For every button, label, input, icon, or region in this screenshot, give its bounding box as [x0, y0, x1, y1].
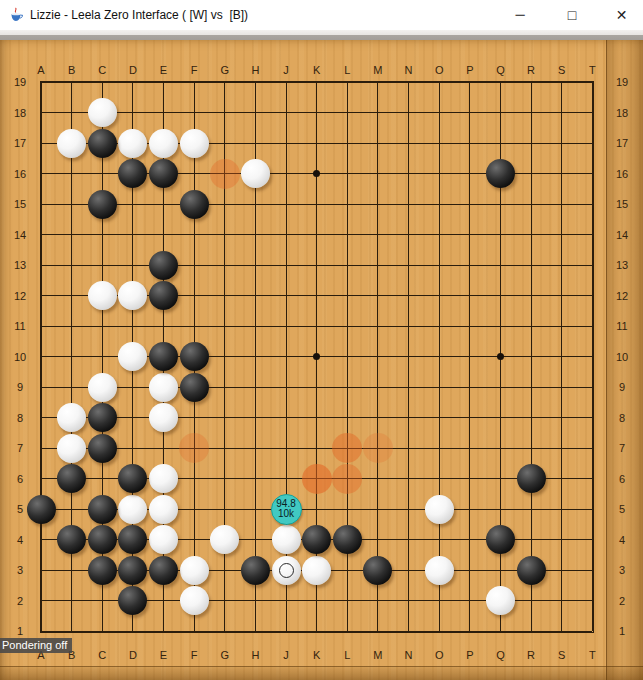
- board-cell[interactable]: [577, 158, 608, 189]
- board-cell[interactable]: [485, 494, 516, 525]
- board-cell[interactable]: [424, 524, 455, 555]
- board-cell[interactable]: [363, 158, 394, 189]
- coord-label: T: [582, 648, 602, 662]
- board-cell[interactable]: [87, 463, 118, 494]
- board-cell[interactable]: [179, 158, 210, 189]
- board-cell[interactable]: [424, 97, 455, 128]
- board-cell[interactable]: [332, 250, 363, 281]
- board-cell[interactable]: [148, 433, 179, 464]
- window-title: Lizzie - Leela Zero Interface ( [W] vs […: [30, 0, 248, 30]
- coord-label: 9: [612, 380, 632, 394]
- board-cell[interactable]: [454, 585, 485, 616]
- board-cell[interactable]: [516, 524, 547, 555]
- board-cell[interactable]: [485, 97, 516, 128]
- board-cell[interactable]: [424, 189, 455, 220]
- board-cell[interactable]: [56, 494, 87, 525]
- board-cell[interactable]: [179, 524, 210, 555]
- board-cell[interactable]: [87, 341, 118, 372]
- board-cell[interactable]: [577, 280, 608, 311]
- board-cell[interactable]: [118, 616, 149, 647]
- board-cell[interactable]: [393, 97, 424, 128]
- board-cell[interactable]: [546, 128, 577, 159]
- board-cell[interactable]: [516, 341, 547, 372]
- board-cell[interactable]: [363, 250, 394, 281]
- board-cell[interactable]: [363, 524, 394, 555]
- close-button[interactable]: ✕: [600, 0, 643, 30]
- board-cell[interactable]: [301, 311, 332, 342]
- board-cell[interactable]: [87, 158, 118, 189]
- board-cell[interactable]: [393, 494, 424, 525]
- board-cell[interactable]: [332, 402, 363, 433]
- board-cell[interactable]: [363, 402, 394, 433]
- board-cell[interactable]: [26, 128, 57, 159]
- board-cell[interactable]: [301, 433, 332, 464]
- board-cell[interactable]: [26, 463, 57, 494]
- board-cell[interactable]: [363, 97, 394, 128]
- board-cell[interactable]: [577, 463, 608, 494]
- board-cell[interactable]: [393, 402, 424, 433]
- board-cell[interactable]: [577, 97, 608, 128]
- candidate-move-G16[interactable]: [210, 159, 240, 189]
- board-cell[interactable]: [424, 250, 455, 281]
- board-cell[interactable]: [577, 433, 608, 464]
- board-cell[interactable]: [179, 494, 210, 525]
- best-move-visits: 10k: [278, 509, 294, 519]
- board-cell[interactable]: [485, 280, 516, 311]
- board-cell[interactable]: [546, 463, 577, 494]
- board-cell[interactable]: [26, 585, 57, 616]
- board-cell[interactable]: [332, 616, 363, 647]
- board-cell[interactable]: [148, 616, 179, 647]
- board-cell[interactable]: [516, 402, 547, 433]
- board-cell[interactable]: [301, 280, 332, 311]
- board-cell[interactable]: [485, 311, 516, 342]
- board-cell[interactable]: [516, 158, 547, 189]
- board-cell[interactable]: [26, 524, 57, 555]
- board-cell[interactable]: [209, 250, 240, 281]
- board-cell[interactable]: [577, 524, 608, 555]
- board-cell[interactable]: [577, 128, 608, 159]
- board-cell[interactable]: [363, 189, 394, 220]
- board-cell[interactable]: [26, 219, 57, 250]
- board-cell[interactable]: [179, 402, 210, 433]
- board-cell[interactable]: [26, 250, 57, 281]
- board-cell[interactable]: [332, 585, 363, 616]
- board-cell[interactable]: [516, 585, 547, 616]
- board-cell[interactable]: [577, 585, 608, 616]
- board-cell[interactable]: [546, 219, 577, 250]
- java-icon[interactable]: [8, 7, 24, 23]
- board-cell[interactable]: [454, 128, 485, 159]
- board-cell[interactable]: [546, 616, 577, 647]
- board-cell[interactable]: [363, 219, 394, 250]
- board-cell[interactable]: [546, 280, 577, 311]
- board-cell[interactable]: [209, 433, 240, 464]
- board-cell[interactable]: [516, 189, 547, 220]
- board-cell[interactable]: [301, 97, 332, 128]
- board-cell[interactable]: [56, 189, 87, 220]
- board-cell[interactable]: [56, 219, 87, 250]
- board-cell[interactable]: [393, 585, 424, 616]
- board-cell[interactable]: [454, 555, 485, 586]
- coord-label: 4: [10, 533, 30, 547]
- board-cell[interactable]: [179, 250, 210, 281]
- board-cell[interactable]: [454, 250, 485, 281]
- board-cell[interactable]: [271, 189, 302, 220]
- board-cell[interactable]: [485, 372, 516, 403]
- board-cell[interactable]: [56, 372, 87, 403]
- board-cell[interactable]: [209, 97, 240, 128]
- board-cell[interactable]: [332, 189, 363, 220]
- board-cell[interactable]: [363, 311, 394, 342]
- board-cell[interactable]: [240, 128, 271, 159]
- board-cell[interactable]: [148, 311, 179, 342]
- board-cell[interactable]: [424, 616, 455, 647]
- board-cell[interactable]: [209, 219, 240, 250]
- board-cell[interactable]: [393, 280, 424, 311]
- board-cell[interactable]: [516, 250, 547, 281]
- board-cell[interactable]: [516, 433, 547, 464]
- board-cell[interactable]: [240, 524, 271, 555]
- board-cell[interactable]: [546, 311, 577, 342]
- board-cell[interactable]: [56, 280, 87, 311]
- board-cell[interactable]: [485, 128, 516, 159]
- board-cell[interactable]: [485, 189, 516, 220]
- board-cell[interactable]: [26, 372, 57, 403]
- board-cell[interactable]: [363, 341, 394, 372]
- board-cell[interactable]: [179, 463, 210, 494]
- board-cell[interactable]: [332, 555, 363, 586]
- board-cell[interactable]: [26, 402, 57, 433]
- coord-label: M: [368, 648, 388, 662]
- coord-label: 12: [10, 289, 30, 303]
- go-board[interactable]: ○○○○○○○○○○○○○○○○○○○○○○○○○○○●●●●●●●●●●●●●…: [0, 40, 643, 680]
- board-cell[interactable]: [271, 219, 302, 250]
- board-cell[interactable]: [516, 97, 547, 128]
- board-cell[interactable]: [454, 341, 485, 372]
- board-cell[interactable]: [332, 311, 363, 342]
- board-cell[interactable]: [26, 189, 57, 220]
- board-cell[interactable]: [301, 372, 332, 403]
- coord-label: C: [92, 648, 112, 662]
- board-cell[interactable]: [26, 280, 57, 311]
- board-cell[interactable]: [26, 158, 57, 189]
- board-cell[interactable]: [118, 189, 149, 220]
- board-cell[interactable]: [485, 463, 516, 494]
- board-cell[interactable]: [454, 219, 485, 250]
- board-cell[interactable]: [546, 402, 577, 433]
- minimize-button[interactable]: ─: [500, 0, 540, 30]
- board-cell[interactable]: [240, 219, 271, 250]
- board-cell[interactable]: [485, 250, 516, 281]
- board-cell[interactable]: [271, 250, 302, 281]
- candidate-move-M7[interactable]: [363, 433, 393, 463]
- board-cell[interactable]: [577, 250, 608, 281]
- board-cell[interactable]: [148, 219, 179, 250]
- board-cell[interactable]: [454, 372, 485, 403]
- board-cell[interactable]: [332, 97, 363, 128]
- board-cell[interactable]: [363, 463, 394, 494]
- board-cell[interactable]: [363, 372, 394, 403]
- board-cell[interactable]: [209, 585, 240, 616]
- board-cell[interactable]: [56, 555, 87, 586]
- board-cell[interactable]: [516, 219, 547, 250]
- board-cell[interactable]: [454, 311, 485, 342]
- board-cell[interactable]: [332, 341, 363, 372]
- board-cell[interactable]: [271, 128, 302, 159]
- candidate-move-L6[interactable]: [332, 464, 362, 494]
- board-cell[interactable]: [209, 494, 240, 525]
- board-cell[interactable]: [240, 402, 271, 433]
- board-cell[interactable]: [179, 97, 210, 128]
- board-cell[interactable]: [546, 585, 577, 616]
- board-cell[interactable]: [118, 219, 149, 250]
- board-cell[interactable]: [424, 280, 455, 311]
- board-cell[interactable]: [209, 311, 240, 342]
- candidate-move-F7[interactable]: [179, 433, 209, 463]
- board-cell[interactable]: [424, 372, 455, 403]
- board-cell[interactable]: [577, 402, 608, 433]
- board-cell[interactable]: [56, 97, 87, 128]
- board-cell[interactable]: [546, 433, 577, 464]
- board-cell[interactable]: [271, 433, 302, 464]
- board-cell[interactable]: [240, 585, 271, 616]
- board-cell[interactable]: [118, 402, 149, 433]
- board-cell[interactable]: [332, 280, 363, 311]
- board-cell[interactable]: [271, 463, 302, 494]
- board-cell[interactable]: [485, 555, 516, 586]
- board-cell[interactable]: [87, 585, 118, 616]
- board-cell[interactable]: [546, 555, 577, 586]
- board-cell[interactable]: [363, 280, 394, 311]
- board-cell[interactable]: [393, 128, 424, 159]
- board-cell[interactable]: [454, 494, 485, 525]
- best-move-marker[interactable]: 94.810k: [271, 494, 302, 525]
- board-cell[interactable]: [546, 494, 577, 525]
- board-cell[interactable]: [332, 219, 363, 250]
- board-cell[interactable]: [271, 372, 302, 403]
- board-cell[interactable]: [424, 402, 455, 433]
- board-cell[interactable]: [393, 524, 424, 555]
- board-cell[interactable]: [393, 433, 424, 464]
- board-cell[interactable]: [56, 158, 87, 189]
- board-cell[interactable]: [454, 616, 485, 647]
- board-cell[interactable]: [393, 555, 424, 586]
- board-cell[interactable]: [301, 189, 332, 220]
- board-cell[interactable]: [26, 555, 57, 586]
- board-cell[interactable]: [546, 97, 577, 128]
- board-cell[interactable]: [87, 250, 118, 281]
- board-cell[interactable]: [240, 494, 271, 525]
- coord-label: 5: [10, 502, 30, 516]
- board-cell[interactable]: [209, 372, 240, 403]
- board-cell[interactable]: [393, 189, 424, 220]
- board-cell[interactable]: [240, 372, 271, 403]
- board-cell[interactable]: [148, 97, 179, 128]
- board-cell[interactable]: [363, 585, 394, 616]
- board-cell[interactable]: [240, 189, 271, 220]
- board-cell[interactable]: [546, 189, 577, 220]
- coord-label: O: [429, 63, 449, 77]
- board-cell[interactable]: [56, 341, 87, 372]
- board-cell[interactable]: [118, 311, 149, 342]
- board-cell[interactable]: [179, 219, 210, 250]
- board-cell[interactable]: [546, 372, 577, 403]
- board-cell[interactable]: [577, 555, 608, 586]
- board-cell[interactable]: [485, 616, 516, 647]
- board-cell[interactable]: [271, 616, 302, 647]
- board-cell[interactable]: [271, 280, 302, 311]
- coord-label: 12: [612, 289, 632, 303]
- board-cell[interactable]: [332, 128, 363, 159]
- board-cell[interactable]: [301, 250, 332, 281]
- coord-label: 17: [10, 136, 30, 150]
- board-cell[interactable]: [118, 250, 149, 281]
- board-cell[interactable]: [301, 494, 332, 525]
- board-cell[interactable]: [516, 494, 547, 525]
- board-cell[interactable]: [332, 158, 363, 189]
- board-cell[interactable]: [240, 463, 271, 494]
- board-cell[interactable]: [516, 311, 547, 342]
- board-cell[interactable]: [424, 128, 455, 159]
- board-cell[interactable]: [209, 280, 240, 311]
- board-cell[interactable]: [271, 158, 302, 189]
- board-cell[interactable]: [363, 616, 394, 647]
- board-cell[interactable]: [454, 433, 485, 464]
- board-cell[interactable]: [56, 585, 87, 616]
- board-cell[interactable]: [424, 341, 455, 372]
- board-cell[interactable]: [332, 494, 363, 525]
- board-cell[interactable]: [118, 372, 149, 403]
- board-cell[interactable]: [424, 585, 455, 616]
- board-cell[interactable]: [271, 585, 302, 616]
- board-cell[interactable]: [240, 433, 271, 464]
- board-cell[interactable]: [209, 616, 240, 647]
- board-cell[interactable]: [301, 219, 332, 250]
- board-cell[interactable]: [485, 433, 516, 464]
- board-cell[interactable]: [424, 463, 455, 494]
- board-cell[interactable]: [209, 463, 240, 494]
- board-cell[interactable]: [577, 616, 608, 647]
- board-cell[interactable]: [393, 372, 424, 403]
- board-cell[interactable]: [209, 402, 240, 433]
- board-cell[interactable]: [577, 372, 608, 403]
- board-cell[interactable]: [393, 341, 424, 372]
- board-cell[interactable]: [516, 128, 547, 159]
- board-cell[interactable]: [26, 341, 57, 372]
- board-cell[interactable]: [271, 341, 302, 372]
- board-cell[interactable]: [546, 250, 577, 281]
- board-cell[interactable]: [577, 219, 608, 250]
- board-cell[interactable]: [209, 128, 240, 159]
- board-cell[interactable]: [240, 97, 271, 128]
- candidate-move-K6[interactable]: [302, 464, 332, 494]
- board-cell[interactable]: [546, 158, 577, 189]
- board-cell[interactable]: [240, 616, 271, 647]
- board-cell[interactable]: [179, 280, 210, 311]
- board-cell[interactable]: [424, 158, 455, 189]
- board-cell[interactable]: [87, 219, 118, 250]
- board-cell[interactable]: [209, 341, 240, 372]
- board-cell[interactable]: [454, 97, 485, 128]
- board-cell[interactable]: [26, 433, 57, 464]
- board-cell[interactable]: [424, 311, 455, 342]
- board-cell[interactable]: [546, 341, 577, 372]
- board-cell[interactable]: [577, 311, 608, 342]
- board-cell[interactable]: [118, 433, 149, 464]
- board-cell[interactable]: [56, 311, 87, 342]
- board-cell[interactable]: [87, 311, 118, 342]
- board-cell[interactable]: [148, 189, 179, 220]
- board-cell[interactable]: [26, 311, 57, 342]
- titlebar: Lizzie - Leela Zero Interface ( [W] vs […: [0, 0, 643, 30]
- board-cell[interactable]: [87, 616, 118, 647]
- board-cell[interactable]: [363, 128, 394, 159]
- board-cell[interactable]: [271, 311, 302, 342]
- board-cell[interactable]: [516, 616, 547, 647]
- coord-label: L: [337, 648, 357, 662]
- maximize-button[interactable]: □: [552, 0, 592, 30]
- board-cell[interactable]: [271, 402, 302, 433]
- board-cell[interactable]: [240, 341, 271, 372]
- board-cell[interactable]: [577, 341, 608, 372]
- board-cell[interactable]: [424, 219, 455, 250]
- board-cell[interactable]: [26, 97, 57, 128]
- coord-label: 7: [10, 441, 30, 455]
- board-cell[interactable]: [271, 97, 302, 128]
- board-cell[interactable]: [393, 463, 424, 494]
- board-cell[interactable]: [209, 555, 240, 586]
- coord-label: 4: [612, 533, 632, 547]
- board-cell[interactable]: [301, 128, 332, 159]
- board-cell[interactable]: [454, 280, 485, 311]
- board-cell[interactable]: [179, 616, 210, 647]
- board-cell[interactable]: [485, 402, 516, 433]
- board-cell[interactable]: [393, 311, 424, 342]
- board-cell[interactable]: [332, 372, 363, 403]
- board-cell[interactable]: [424, 433, 455, 464]
- board-cell[interactable]: [393, 250, 424, 281]
- board-cell[interactable]: [301, 585, 332, 616]
- board-cell[interactable]: [454, 189, 485, 220]
- coord-label: C: [92, 63, 112, 77]
- board-cell[interactable]: [577, 189, 608, 220]
- board-cell[interactable]: [516, 372, 547, 403]
- board-cell[interactable]: [209, 189, 240, 220]
- board-cell[interactable]: [516, 280, 547, 311]
- board-cell[interactable]: [301, 616, 332, 647]
- board-cell[interactable]: [301, 402, 332, 433]
- board-cell[interactable]: [393, 616, 424, 647]
- board-cell[interactable]: [56, 250, 87, 281]
- board-cell[interactable]: [240, 250, 271, 281]
- board-cell[interactable]: [240, 280, 271, 311]
- board-cell[interactable]: [179, 311, 210, 342]
- board-cell[interactable]: [393, 219, 424, 250]
- board-cell[interactable]: [454, 402, 485, 433]
- board-cell[interactable]: [454, 524, 485, 555]
- board-cell[interactable]: [393, 158, 424, 189]
- board-cell[interactable]: [454, 463, 485, 494]
- board-cell[interactable]: [577, 494, 608, 525]
- board-cell[interactable]: [148, 585, 179, 616]
- board-cell[interactable]: [485, 219, 516, 250]
- board-cell[interactable]: [363, 494, 394, 525]
- board-cell[interactable]: [240, 311, 271, 342]
- board-cell[interactable]: [118, 97, 149, 128]
- board-cell[interactable]: [454, 158, 485, 189]
- board-cell[interactable]: [546, 524, 577, 555]
